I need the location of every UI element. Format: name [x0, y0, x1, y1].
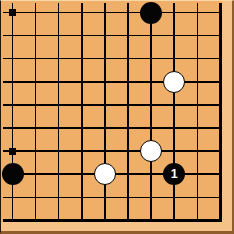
go-board-grid: 1	[1, 1, 232, 232]
intersection[interactable]	[47, 116, 70, 139]
go-board-diagram: 1	[0, 0, 234, 234]
intersection[interactable]	[93, 47, 116, 70]
intersection[interactable]	[1, 163, 24, 186]
intersection[interactable]	[1, 209, 24, 232]
intersection[interactable]	[186, 186, 209, 209]
intersection[interactable]	[70, 1, 93, 24]
intersection[interactable]	[186, 47, 209, 70]
intersection[interactable]	[186, 70, 209, 93]
intersection[interactable]	[93, 116, 116, 139]
intersection[interactable]	[1, 1, 24, 24]
intersection[interactable]	[163, 47, 186, 70]
intersection[interactable]	[70, 140, 93, 163]
intersection[interactable]	[140, 70, 163, 93]
intersection[interactable]	[24, 209, 47, 232]
intersection[interactable]	[116, 116, 139, 139]
hoshi-square-marker	[9, 148, 16, 155]
intersection[interactable]	[70, 116, 93, 139]
intersection[interactable]	[47, 1, 70, 24]
intersection[interactable]	[1, 140, 24, 163]
intersection[interactable]	[209, 186, 232, 209]
intersection[interactable]	[93, 93, 116, 116]
intersection[interactable]	[24, 24, 47, 47]
intersection[interactable]	[140, 24, 163, 47]
intersection[interactable]	[163, 70, 186, 93]
intersection[interactable]	[47, 47, 70, 70]
intersection[interactable]	[116, 47, 139, 70]
intersection[interactable]	[140, 47, 163, 70]
intersection[interactable]	[209, 116, 232, 139]
intersection[interactable]	[1, 93, 24, 116]
intersection[interactable]	[93, 24, 116, 47]
intersection[interactable]	[24, 186, 47, 209]
intersection[interactable]	[209, 163, 232, 186]
intersection[interactable]	[163, 186, 186, 209]
intersection[interactable]	[186, 140, 209, 163]
intersection[interactable]	[116, 1, 139, 24]
intersection[interactable]	[116, 70, 139, 93]
intersection[interactable]	[116, 93, 139, 116]
intersection[interactable]	[186, 116, 209, 139]
intersection[interactable]	[24, 1, 47, 24]
intersection[interactable]	[186, 163, 209, 186]
intersection[interactable]	[116, 186, 139, 209]
intersection[interactable]	[47, 24, 70, 47]
intersection[interactable]	[116, 163, 139, 186]
intersection[interactable]	[1, 186, 24, 209]
intersection[interactable]	[24, 140, 47, 163]
intersection[interactable]	[140, 93, 163, 116]
intersection[interactable]	[209, 70, 232, 93]
intersection[interactable]	[140, 186, 163, 209]
intersection[interactable]	[24, 116, 47, 139]
intersection[interactable]	[140, 116, 163, 139]
intersection[interactable]	[70, 47, 93, 70]
black-stone[interactable]	[2, 163, 24, 185]
intersection[interactable]	[1, 24, 24, 47]
intersection[interactable]	[1, 70, 24, 93]
intersection[interactable]	[24, 93, 47, 116]
intersection[interactable]	[70, 24, 93, 47]
intersection[interactable]	[93, 163, 116, 186]
intersection[interactable]	[116, 24, 139, 47]
intersection[interactable]	[140, 163, 163, 186]
intersection[interactable]	[70, 163, 93, 186]
intersection[interactable]	[209, 140, 232, 163]
intersection[interactable]	[209, 24, 232, 47]
intersection[interactable]	[209, 209, 232, 232]
intersection[interactable]	[47, 93, 70, 116]
intersection[interactable]	[163, 140, 186, 163]
intersection[interactable]	[1, 47, 24, 70]
intersection[interactable]	[1, 116, 24, 139]
hoshi-square-marker	[9, 9, 16, 16]
intersection[interactable]	[70, 70, 93, 93]
intersection[interactable]	[47, 209, 70, 232]
intersection[interactable]	[93, 209, 116, 232]
intersection[interactable]	[186, 209, 209, 232]
intersection[interactable]	[24, 70, 47, 93]
black-stone[interactable]	[140, 2, 162, 24]
intersection[interactable]	[140, 1, 163, 24]
white-stone[interactable]	[140, 140, 162, 162]
intersection[interactable]	[163, 1, 186, 24]
intersection[interactable]	[186, 1, 209, 24]
intersection[interactable]	[24, 163, 47, 186]
intersection[interactable]	[70, 209, 93, 232]
intersection[interactable]	[140, 209, 163, 232]
intersection[interactable]	[140, 140, 163, 163]
white-stone[interactable]	[163, 71, 185, 93]
intersection[interactable]	[93, 1, 116, 24]
intersection[interactable]	[47, 140, 70, 163]
intersection[interactable]	[24, 47, 47, 70]
intersection[interactable]	[93, 186, 116, 209]
black-stone-move-1[interactable]: 1	[163, 163, 185, 185]
intersection[interactable]	[186, 93, 209, 116]
intersection[interactable]	[163, 24, 186, 47]
intersection[interactable]	[116, 209, 139, 232]
intersection[interactable]	[209, 47, 232, 70]
intersection[interactable]	[93, 140, 116, 163]
intersection[interactable]	[70, 93, 93, 116]
intersection[interactable]	[209, 1, 232, 24]
intersection[interactable]	[163, 93, 186, 116]
intersection[interactable]	[116, 140, 139, 163]
intersection[interactable]	[47, 70, 70, 93]
intersection[interactable]	[209, 93, 232, 116]
intersection[interactable]	[47, 186, 70, 209]
intersection[interactable]: 1	[163, 163, 186, 186]
intersection[interactable]	[70, 186, 93, 209]
intersection[interactable]	[163, 116, 186, 139]
white-stone[interactable]	[94, 163, 116, 185]
intersection[interactable]	[163, 209, 186, 232]
intersection[interactable]	[186, 24, 209, 47]
intersection[interactable]	[47, 163, 70, 186]
intersection[interactable]	[93, 70, 116, 93]
